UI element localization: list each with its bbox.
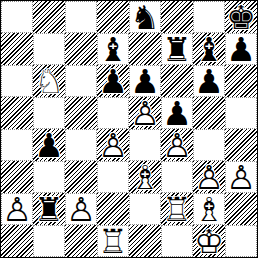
square-a8[interactable] (1, 1, 33, 33)
square-e1[interactable] (129, 225, 161, 257)
square-e3[interactable]: ♝♗ (129, 161, 161, 193)
piece-black-rook: ♜ (162, 34, 192, 64)
square-c5[interactable] (65, 97, 97, 129)
square-d7[interactable]: ♝ (97, 33, 129, 65)
piece-black-pawn: ♟ (97, 65, 129, 97)
square-h2[interactable] (225, 193, 257, 225)
square-g3[interactable]: ♟♙ (193, 161, 225, 193)
square-d3[interactable] (97, 161, 129, 193)
square-g5[interactable] (193, 97, 225, 129)
square-b4[interactable]: ♟ (33, 129, 65, 161)
square-d4[interactable]: ♟♙ (97, 129, 129, 161)
piece-black-bishop: ♝ (193, 33, 225, 65)
piece-white-pawn-halo: ♟ (66, 194, 96, 224)
square-b3[interactable] (33, 161, 65, 193)
square-g6[interactable]: ♟ (193, 65, 225, 97)
piece-white-pawn: ♙ (129, 97, 161, 129)
square-f8[interactable] (161, 1, 193, 33)
piece-white-rook: ♖ (161, 193, 193, 225)
piece-white-pawn: ♙ (226, 162, 256, 192)
square-e7[interactable] (129, 33, 161, 65)
square-d6[interactable]: ♟ (97, 65, 129, 97)
piece-white-bishop: ♗ (129, 161, 161, 193)
piece-white-pawn-halo: ♟ (226, 162, 256, 192)
square-b6[interactable]: ♞♘ (33, 65, 65, 97)
square-a3[interactable] (1, 161, 33, 193)
square-b7[interactable] (33, 33, 65, 65)
square-e6[interactable]: ♟ (129, 65, 161, 97)
piece-black-bishop: ♝ (98, 34, 128, 64)
square-b2[interactable]: ♜ (33, 193, 65, 225)
square-g8[interactable] (193, 1, 225, 33)
square-c6[interactable] (65, 65, 97, 97)
square-f3[interactable] (161, 161, 193, 193)
square-b8[interactable] (33, 1, 65, 33)
square-e2[interactable] (129, 193, 161, 225)
piece-white-pawn-halo: ♟ (2, 194, 32, 224)
piece-white-rook-halo: ♜ (161, 193, 193, 225)
square-f4[interactable]: ♟♙ (161, 129, 193, 161)
square-a4[interactable] (1, 129, 33, 161)
piece-black-pawn: ♟ (130, 66, 160, 96)
square-g4[interactable] (193, 129, 225, 161)
square-c1[interactable] (65, 225, 97, 257)
square-h6[interactable] (225, 65, 257, 97)
square-g1[interactable]: ♚♔ (193, 225, 225, 257)
square-c2[interactable]: ♟♙ (65, 193, 97, 225)
square-h5[interactable] (225, 97, 257, 129)
piece-white-pawn-halo: ♟ (193, 161, 225, 193)
piece-white-bishop: ♗ (194, 194, 224, 224)
square-f5[interactable]: ♟ (161, 97, 193, 129)
square-b1[interactable] (33, 225, 65, 257)
piece-white-rook-halo: ♜ (98, 226, 128, 256)
piece-white-pawn-halo: ♟ (161, 129, 193, 161)
piece-white-pawn-halo: ♟ (129, 97, 161, 129)
piece-black-knight: ♞ (130, 2, 160, 32)
piece-black-pawn: ♟ (33, 129, 65, 161)
piece-white-bishop-halo: ♝ (129, 161, 161, 193)
square-b5[interactable] (33, 97, 65, 129)
square-h1[interactable] (225, 225, 257, 257)
square-c3[interactable] (65, 161, 97, 193)
square-h3[interactable]: ♟♙ (225, 161, 257, 193)
square-a7[interactable] (1, 33, 33, 65)
piece-white-pawn: ♙ (97, 129, 129, 161)
piece-white-knight: ♘ (33, 65, 65, 97)
square-c4[interactable] (65, 129, 97, 161)
piece-white-rook: ♖ (98, 226, 128, 256)
square-d2[interactable] (97, 193, 129, 225)
square-h4[interactable] (225, 129, 257, 161)
square-a1[interactable] (1, 225, 33, 257)
piece-white-pawn: ♙ (66, 194, 96, 224)
piece-black-pawn: ♟ (226, 34, 256, 64)
piece-white-pawn: ♙ (2, 194, 32, 224)
square-a6[interactable] (1, 65, 33, 97)
piece-white-pawn: ♙ (193, 161, 225, 193)
square-d5[interactable] (97, 97, 129, 129)
square-h7[interactable]: ♟ (225, 33, 257, 65)
piece-white-king: ♔ (193, 225, 225, 257)
piece-black-pawn: ♟ (162, 98, 192, 128)
piece-black-pawn: ♟ (194, 66, 224, 96)
square-c7[interactable] (65, 33, 97, 65)
square-f6[interactable] (161, 65, 193, 97)
square-d1[interactable]: ♜♖ (97, 225, 129, 257)
square-a2[interactable]: ♟♙ (1, 193, 33, 225)
piece-white-bishop-halo: ♝ (194, 194, 224, 224)
square-d8[interactable] (97, 1, 129, 33)
chess-board: ♞♚♝♜♝♟♞♘♟♟♟♟♙♟♟♟♙♟♙♝♗♟♙♟♙♟♙♜♟♙♜♖♝♗♜♖♚♔ (0, 0, 258, 258)
square-g7[interactable]: ♝ (193, 33, 225, 65)
square-f7[interactable]: ♜ (161, 33, 193, 65)
square-f2[interactable]: ♜♖ (161, 193, 193, 225)
piece-black-rook: ♜ (33, 193, 65, 225)
square-g2[interactable]: ♝♗ (193, 193, 225, 225)
square-e8[interactable]: ♞ (129, 1, 161, 33)
square-a5[interactable] (1, 97, 33, 129)
piece-white-knight-halo: ♞ (33, 65, 65, 97)
piece-white-pawn-halo: ♟ (97, 129, 129, 161)
piece-white-king-halo: ♚ (193, 225, 225, 257)
piece-black-king: ♚ (225, 1, 257, 33)
square-f1[interactable] (161, 225, 193, 257)
square-h8[interactable]: ♚ (225, 1, 257, 33)
square-c8[interactable] (65, 1, 97, 33)
square-e4[interactable] (129, 129, 161, 161)
square-e5[interactable]: ♟♙ (129, 97, 161, 129)
piece-white-pawn: ♙ (161, 129, 193, 161)
